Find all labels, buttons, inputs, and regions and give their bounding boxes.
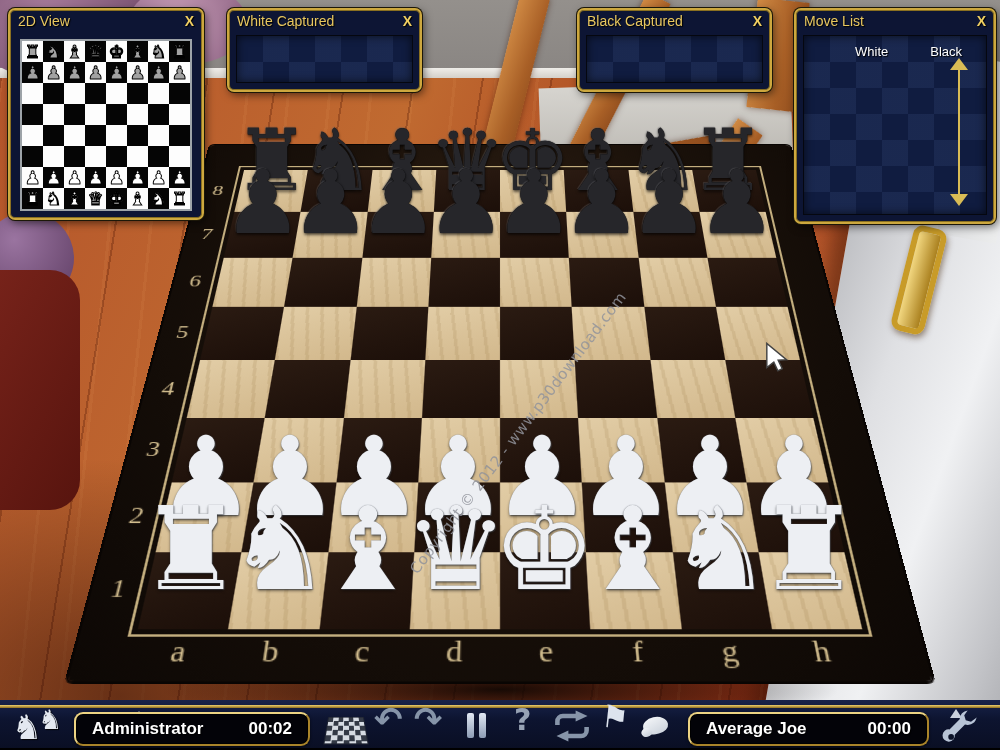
black-piece: ♟ xyxy=(108,64,124,82)
mini-square-d7: ♟ xyxy=(85,62,106,83)
mini-board[interactable]: ♜♞♝♛♚♝♞♜♟♟♟♟♟♟♟♟♟♟♟♟♟♟♟♟♜♞♝♛♚♝♞♜ xyxy=(20,39,192,211)
black-player-clock: Average Joe 00:00 xyxy=(688,712,929,746)
square-g2[interactable] xyxy=(664,482,758,552)
panel-white-captured-close-icon[interactable]: X xyxy=(403,13,412,29)
black-piece: ♝ xyxy=(129,43,145,61)
mini-square-e6 xyxy=(106,83,127,104)
white-piece: ♝ xyxy=(66,190,82,208)
black-player-time: 00:00 xyxy=(868,719,911,739)
square-c5[interactable] xyxy=(350,307,428,360)
scroll-down-arrow-icon[interactable] xyxy=(950,194,968,206)
flip-board-icon[interactable] xyxy=(551,710,593,746)
square-g5[interactable] xyxy=(644,307,725,360)
mini-square-a4 xyxy=(22,125,43,146)
white-piece: ♟ xyxy=(45,169,61,187)
white-piece: ♚ xyxy=(108,190,124,208)
move-list-scrollbar[interactable] xyxy=(950,58,968,206)
square-h3[interactable] xyxy=(735,418,828,482)
square-c3[interactable] xyxy=(336,418,422,482)
square-d2[interactable] xyxy=(414,482,500,552)
square-b4[interactable] xyxy=(265,360,350,418)
square-f5[interactable] xyxy=(572,307,650,360)
mini-square-b8: ♞ xyxy=(43,41,64,62)
square-e2[interactable] xyxy=(500,482,586,552)
square-d7[interactable] xyxy=(431,212,500,257)
mini-square-c8: ♝ xyxy=(64,41,85,62)
black-piece: ♟ xyxy=(171,64,187,82)
square-c8[interactable] xyxy=(367,170,436,212)
square-a7[interactable] xyxy=(224,212,301,257)
square-e8[interactable] xyxy=(500,170,566,212)
panel-2d-view: 2D View X ♜♞♝♛♚♝♞♜♟♟♟♟♟♟♟♟♟♟♟♟♟♟♟♟♜♞♝♛♚♝… xyxy=(8,8,204,220)
mini-square-h8: ♜ xyxy=(169,41,190,62)
status-bar: ♞ ♞ Administrator 00:02 ↶ ↷ ? ⚑ Averag xyxy=(0,700,1000,750)
mini-square-c7: ♟ xyxy=(64,62,85,83)
move-list-column-black: Black xyxy=(930,44,962,59)
white-piece: ♟ xyxy=(66,169,82,187)
black-piece: ♟ xyxy=(150,64,166,82)
square-b1[interactable] xyxy=(228,552,327,629)
square-h7[interactable] xyxy=(699,212,776,257)
white-piece: ♝ xyxy=(129,190,145,208)
mini-square-e7: ♟ xyxy=(106,62,127,83)
square-e1[interactable] xyxy=(500,552,591,629)
white-captured-tray xyxy=(236,35,413,83)
mini-square-c6 xyxy=(64,83,85,104)
black-player-name: Average Joe xyxy=(706,719,806,739)
panel-2d-view-titlebar[interactable]: 2D View X xyxy=(10,10,202,32)
file-label-d: d xyxy=(407,627,500,679)
mini-square-g4 xyxy=(148,125,169,146)
mini-square-e5 xyxy=(106,104,127,125)
square-a3[interactable] xyxy=(172,418,265,482)
mini-square-d3 xyxy=(85,146,106,167)
panel-black-captured-titlebar[interactable]: Black Captured X xyxy=(579,10,770,32)
mini-square-f5 xyxy=(127,104,148,125)
mini-square-f4 xyxy=(127,125,148,146)
white-piece: ♞ xyxy=(45,190,61,208)
resign-flag-icon[interactable]: ⚑ xyxy=(599,701,630,735)
white-piece: ♟ xyxy=(150,169,166,187)
file-label-f: f xyxy=(590,627,686,679)
square-d6[interactable] xyxy=(428,257,500,306)
mini-square-c1: ♝ xyxy=(64,188,85,209)
panel-white-captured: White Captured X xyxy=(227,8,422,92)
draw-glove-icon[interactable] xyxy=(642,715,670,737)
mini-square-a7: ♟ xyxy=(22,62,43,83)
mini-square-b6 xyxy=(43,83,64,104)
new-game-board-icon[interactable] xyxy=(323,717,369,745)
panel-black-captured-close-icon[interactable]: X xyxy=(753,13,762,29)
mini-square-b1: ♞ xyxy=(43,188,64,209)
mini-square-f1: ♝ xyxy=(127,188,148,209)
square-b8[interactable] xyxy=(301,170,372,212)
mini-square-b5 xyxy=(43,104,64,125)
square-b2[interactable] xyxy=(242,482,336,552)
settings-wrench-icon[interactable] xyxy=(942,708,980,750)
mini-square-g1: ♞ xyxy=(148,188,169,209)
square-d1[interactable] xyxy=(409,552,500,629)
square-g7[interactable] xyxy=(633,212,707,257)
mini-square-f6 xyxy=(127,83,148,104)
mini-square-h6 xyxy=(169,83,190,104)
square-h8[interactable] xyxy=(692,170,766,212)
square-c2[interactable] xyxy=(328,482,418,552)
square-d3[interactable] xyxy=(418,418,500,482)
square-b3[interactable] xyxy=(254,418,343,482)
mini-square-a6 xyxy=(22,83,43,104)
mini-square-e3 xyxy=(106,146,127,167)
file-label-e: e xyxy=(500,627,593,679)
white-piece: ♟ xyxy=(87,169,103,187)
panel-white-captured-titlebar[interactable]: White Captured X xyxy=(229,10,420,32)
move-list-column-white: White xyxy=(855,44,888,59)
square-b6[interactable] xyxy=(284,257,362,306)
mini-square-c2: ♟ xyxy=(64,167,85,188)
black-piece: ♜ xyxy=(171,43,187,61)
file-label-b: b xyxy=(220,627,319,679)
file-label-c: c xyxy=(313,627,409,679)
white-piece: ♜ xyxy=(171,190,187,208)
black-piece: ♞ xyxy=(150,43,166,61)
square-a1[interactable] xyxy=(138,552,242,629)
panel-move-list: Move List X White Black xyxy=(794,8,996,224)
square-f3[interactable] xyxy=(578,418,664,482)
mini-square-a5 xyxy=(22,104,43,125)
screen: 87654321 abcdefgh ♜♞♝♛♚♝♞♜♟♟♟♟♟♟♟♟♟♟♟♟♟♟… xyxy=(0,0,1000,750)
square-e6[interactable] xyxy=(500,257,572,306)
square-c6[interactable] xyxy=(356,257,431,306)
mini-square-e1: ♚ xyxy=(106,188,127,209)
square-f6[interactable] xyxy=(569,257,644,306)
square-e4[interactable] xyxy=(500,360,578,418)
square-f7[interactable] xyxy=(566,212,638,257)
redo-icon[interactable]: ↷ xyxy=(414,702,443,736)
white-player-time: 00:02 xyxy=(249,719,292,739)
square-b7[interactable] xyxy=(293,212,367,257)
mini-square-d4 xyxy=(85,125,106,146)
panel-white-captured-title: White Captured xyxy=(237,13,334,29)
file-label-a: a xyxy=(126,627,228,679)
square-g8[interactable] xyxy=(628,170,699,212)
white-piece: ♟ xyxy=(24,169,40,187)
black-piece: ♟ xyxy=(45,64,61,82)
square-f8[interactable] xyxy=(564,170,633,212)
mini-square-b7: ♟ xyxy=(43,62,64,83)
move-list-header: White Black xyxy=(803,44,987,59)
white-player-name: Administrator xyxy=(92,719,203,739)
square-e3[interactable] xyxy=(500,418,582,482)
status-bar-gold-rule xyxy=(0,705,1000,708)
mini-square-e4 xyxy=(106,125,127,146)
square-h6[interactable] xyxy=(707,257,787,306)
mini-square-g7: ♟ xyxy=(148,62,169,83)
square-a2[interactable] xyxy=(156,482,254,552)
black-piece: ♛ xyxy=(87,43,103,61)
mini-square-h7: ♟ xyxy=(169,62,190,83)
mini-square-g6 xyxy=(148,83,169,104)
white-piece: ♟ xyxy=(129,169,145,187)
black-captured-tray xyxy=(586,35,763,83)
black-piece: ♝ xyxy=(66,43,82,61)
mini-square-d1: ♛ xyxy=(85,188,106,209)
mini-square-c3 xyxy=(64,146,85,167)
black-piece: ♟ xyxy=(129,64,145,82)
pause-icon[interactable] xyxy=(467,713,487,739)
panel-black-captured-title: Black Captured xyxy=(587,13,683,29)
mini-square-e8: ♚ xyxy=(106,41,127,62)
square-g3[interactable] xyxy=(657,418,746,482)
mini-square-g5 xyxy=(148,104,169,125)
mini-square-d5 xyxy=(85,104,106,125)
mini-square-h3 xyxy=(169,146,190,167)
mini-square-b2: ♟ xyxy=(43,167,64,188)
mini-square-h5 xyxy=(169,104,190,125)
square-f2[interactable] xyxy=(582,482,672,552)
black-piece: ♚ xyxy=(108,43,124,61)
board-squares xyxy=(138,170,862,629)
white-piece: ♟ xyxy=(171,169,187,187)
square-b5[interactable] xyxy=(275,307,356,360)
white-player-clock: Administrator 00:02 xyxy=(74,712,310,746)
help-question-icon[interactable]: ? xyxy=(514,705,531,735)
square-c7[interactable] xyxy=(362,212,434,257)
undo-icon[interactable]: ↶ xyxy=(374,702,403,736)
mini-square-h2: ♟ xyxy=(169,167,190,188)
black-piece: ♟ xyxy=(66,64,82,82)
square-a6[interactable] xyxy=(212,257,292,306)
panel-2d-view-title: 2D View xyxy=(18,13,70,29)
square-d8[interactable] xyxy=(434,170,500,212)
file-label-g: g xyxy=(681,627,780,679)
knight-icon: ♞ xyxy=(38,706,62,733)
mini-square-d8: ♛ xyxy=(85,41,106,62)
square-e5[interactable] xyxy=(500,307,575,360)
mini-square-c4 xyxy=(64,125,85,146)
mini-square-f7: ♟ xyxy=(127,62,148,83)
square-h4[interactable] xyxy=(725,360,813,418)
square-f1[interactable] xyxy=(586,552,681,629)
square-a8[interactable] xyxy=(234,170,308,212)
square-c4[interactable] xyxy=(343,360,425,418)
square-g1[interactable] xyxy=(672,552,771,629)
mini-square-e2: ♟ xyxy=(106,167,127,188)
panel-black-captured: Black Captured X xyxy=(577,8,772,92)
square-a4[interactable] xyxy=(187,360,275,418)
players-menu-icon[interactable]: ♞ ♞ xyxy=(12,706,74,746)
square-g6[interactable] xyxy=(638,257,716,306)
mini-square-f2: ♟ xyxy=(127,167,148,188)
mini-square-a1: ♜ xyxy=(22,188,43,209)
mini-square-h4 xyxy=(169,125,190,146)
mini-square-g3 xyxy=(148,146,169,167)
file-label-h: h xyxy=(771,627,873,679)
panel-2d-view-close-icon[interactable]: X xyxy=(185,13,194,29)
square-h5[interactable] xyxy=(716,307,800,360)
white-piece: ♜ xyxy=(24,190,40,208)
square-h2[interactable] xyxy=(746,482,844,552)
square-d5[interactable] xyxy=(425,307,500,360)
scroll-track[interactable] xyxy=(958,69,960,195)
black-piece: ♟ xyxy=(24,64,40,82)
panel-move-list-title: Move List xyxy=(804,13,864,29)
square-f4[interactable] xyxy=(575,360,657,418)
black-piece: ♟ xyxy=(87,64,103,82)
mini-square-d2: ♟ xyxy=(85,167,106,188)
black-piece: ♞ xyxy=(45,43,61,61)
mini-square-g8: ♞ xyxy=(148,41,169,62)
mini-square-b3 xyxy=(43,146,64,167)
square-e7[interactable] xyxy=(500,212,569,257)
mini-square-g2: ♟ xyxy=(148,167,169,188)
mini-square-a8: ♜ xyxy=(22,41,43,62)
square-g4[interactable] xyxy=(650,360,735,418)
panel-move-list-close-icon[interactable]: X xyxy=(977,13,986,29)
mini-square-d6 xyxy=(85,83,106,104)
mini-square-b4 xyxy=(43,125,64,146)
square-c1[interactable] xyxy=(319,552,414,629)
file-labels: abcdefgh xyxy=(126,627,873,679)
mini-square-h1: ♜ xyxy=(169,188,190,209)
white-piece: ♟ xyxy=(108,169,124,187)
square-a5[interactable] xyxy=(200,307,284,360)
chess-board-3d: 87654321 abcdefgh xyxy=(67,145,932,681)
square-h1[interactable] xyxy=(758,552,862,629)
white-piece: ♞ xyxy=(150,190,166,208)
mini-square-f8: ♝ xyxy=(127,41,148,62)
mini-square-a3 xyxy=(22,146,43,167)
mini-square-f3 xyxy=(127,146,148,167)
square-d4[interactable] xyxy=(422,360,500,418)
panel-move-list-titlebar[interactable]: Move List X xyxy=(796,10,994,32)
mini-square-c5 xyxy=(64,104,85,125)
black-piece: ♜ xyxy=(24,43,40,61)
red-armchair xyxy=(0,270,80,510)
mini-square-a2: ♟ xyxy=(22,167,43,188)
white-piece: ♛ xyxy=(87,190,103,208)
